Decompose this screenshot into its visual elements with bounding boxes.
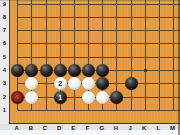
- file-label-D: D: [55, 125, 63, 132]
- stone-black-G4: [96, 64, 109, 77]
- stone-black-J3: [125, 77, 138, 90]
- file-label-F: F: [84, 125, 92, 132]
- stone-white-B2: [25, 91, 38, 104]
- file-label-E: E: [69, 125, 77, 132]
- stone-white-D3: 2: [54, 77, 67, 90]
- rank-label-4: 4: [0, 67, 9, 74]
- stone-black-A2: [11, 91, 24, 104]
- grid-line-rank-1: [17, 110, 180, 111]
- grid-line-rank-6: [17, 43, 180, 44]
- file-label-G: G: [98, 125, 106, 132]
- window-right-edge: [178, 0, 180, 135]
- file-label-H: H: [112, 125, 120, 132]
- stone-black-H2: [110, 91, 123, 104]
- stone-white-F3: [82, 77, 95, 90]
- stone-black-D4: [54, 64, 67, 77]
- file-coordinate-strip: ABCDEFGHJKLM: [0, 124, 180, 135]
- file-label-L: L: [154, 125, 162, 132]
- star-point-K4: [144, 69, 147, 72]
- window-top-edge: [0, 0, 180, 1]
- grid-line-rank-7: [17, 30, 180, 31]
- stone-black-B4: [25, 64, 38, 77]
- stone-black-A4: [11, 64, 24, 77]
- rank-label-5: 5: [0, 54, 9, 61]
- rank-label-3: 3: [0, 80, 9, 87]
- stone-white-F2: [82, 91, 95, 104]
- rank-label-6: 6: [0, 40, 9, 47]
- file-label-A: A: [13, 125, 21, 132]
- grid-line-rank-5: [17, 57, 180, 58]
- file-label-B: B: [27, 125, 35, 132]
- rank-label-8: 8: [0, 14, 9, 21]
- stone-black-D2: 1: [54, 91, 67, 104]
- rank-label-2: 2: [0, 94, 9, 101]
- stone-black-C4: [40, 64, 53, 77]
- file-label-K: K: [140, 125, 148, 132]
- stone-black-E4: [68, 64, 81, 77]
- rank-label-7: 7: [0, 27, 9, 34]
- go-app-window: 12 987654321 ABCDEFGHJKLM: [0, 0, 180, 135]
- grid-line-rank-8: [17, 17, 180, 18]
- rank-label-9: 9: [0, 1, 9, 8]
- stone-white-B3: [25, 77, 38, 90]
- stone-white-G2: [96, 91, 109, 104]
- rank-label-1: 1: [0, 107, 9, 114]
- stone-white-E3: [68, 77, 81, 90]
- grid-line-rank-9: [17, 4, 180, 5]
- go-board[interactable]: 12: [9, 0, 180, 124]
- file-label-C: C: [41, 125, 49, 132]
- file-label-J: J: [126, 125, 134, 132]
- file-label-M: M: [169, 125, 177, 132]
- stone-black-F4: [82, 64, 95, 77]
- stone-black-G3: [96, 77, 109, 90]
- rank-coordinate-strip: 987654321: [0, 0, 9, 124]
